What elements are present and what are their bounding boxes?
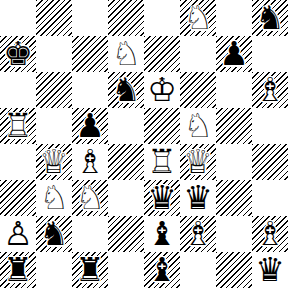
piece-glyph: ♛ — [255, 252, 285, 288]
piece-glyph: ♘ — [183, 108, 213, 144]
square-c4[interactable]: ♝♗ — [72, 144, 108, 180]
square-a7[interactable]: ♚♚ — [0, 36, 36, 72]
black-queen-icon: ♛♛ — [180, 180, 216, 216]
square-b6[interactable] — [36, 72, 72, 108]
piece-glyph: ♘ — [75, 180, 105, 216]
square-f1[interactable] — [180, 252, 216, 288]
black-queen-icon: ♛♛ — [144, 180, 180, 216]
square-g5[interactable] — [216, 108, 252, 144]
square-e8[interactable] — [144, 0, 180, 36]
square-h7[interactable] — [252, 36, 288, 72]
white-knight-icon: ♞♘ — [36, 180, 72, 216]
piece-glyph: ♞ — [111, 72, 141, 108]
square-c3[interactable]: ♞♘ — [72, 180, 108, 216]
square-f5[interactable]: ♞♘ — [180, 108, 216, 144]
piece-glyph: ♘ — [39, 180, 69, 216]
square-d6[interactable]: ♞♞ — [108, 72, 144, 108]
piece-glyph: ♙ — [3, 216, 33, 252]
black-rook-icon: ♜♜ — [0, 252, 36, 288]
white-queen-icon: ♛♕ — [36, 144, 72, 180]
square-e2[interactable]: ♝♝ — [144, 216, 180, 252]
square-f8[interactable]: ♞♘ — [180, 0, 216, 36]
black-bishop-icon: ♝♝ — [144, 216, 180, 252]
piece-glyph: ♜ — [75, 252, 105, 288]
square-g1[interactable] — [216, 252, 252, 288]
piece-glyph: ♝ — [147, 216, 177, 252]
piece-glyph: ♞ — [255, 0, 285, 36]
square-a3[interactable] — [0, 180, 36, 216]
white-knight-icon: ♞♘ — [108, 36, 144, 72]
white-knight-icon: ♞♘ — [72, 180, 108, 216]
white-bishop-icon: ♝♗ — [252, 216, 288, 252]
black-rook-icon: ♜♜ — [72, 252, 108, 288]
piece-glyph: ♛ — [183, 180, 213, 216]
white-rook-icon: ♜♖ — [0, 108, 36, 144]
piece-glyph: ♞ — [39, 216, 69, 252]
square-a8[interactable] — [0, 0, 36, 36]
square-g7[interactable]: ♟♟ — [216, 36, 252, 72]
square-d2[interactable] — [108, 216, 144, 252]
square-d7[interactable]: ♞♘ — [108, 36, 144, 72]
square-c5[interactable]: ♟♟ — [72, 108, 108, 144]
square-a4[interactable] — [0, 144, 36, 180]
chess-board: ♞♘♞♞♚♚♞♘♟♟♞♞♚♔♝♗♜♖♟♟♞♘♛♕♝♗♜♖♛♕♞♘♞♘♛♛♛♛♟♙… — [0, 0, 288, 288]
black-bishop-icon: ♝♝ — [144, 252, 180, 288]
piece-glyph: ♗ — [75, 144, 105, 180]
piece-glyph: ♛ — [147, 180, 177, 216]
black-queen-icon: ♛♛ — [252, 252, 288, 288]
square-b5[interactable] — [36, 108, 72, 144]
piece-glyph: ♟ — [75, 108, 105, 144]
square-e3[interactable]: ♛♛ — [144, 180, 180, 216]
piece-glyph: ♗ — [255, 216, 285, 252]
black-knight-icon: ♞♞ — [36, 216, 72, 252]
square-a2[interactable]: ♟♙ — [0, 216, 36, 252]
square-d5[interactable] — [108, 108, 144, 144]
piece-glyph: ♕ — [183, 144, 213, 180]
piece-glyph: ♖ — [147, 144, 177, 180]
square-b3[interactable]: ♞♘ — [36, 180, 72, 216]
square-h2[interactable]: ♝♗ — [252, 216, 288, 252]
square-d1[interactable] — [108, 252, 144, 288]
white-bishop-icon: ♝♗ — [180, 216, 216, 252]
square-d3[interactable] — [108, 180, 144, 216]
square-h3[interactable] — [252, 180, 288, 216]
piece-glyph: ♖ — [3, 108, 33, 144]
square-h6[interactable]: ♝♗ — [252, 72, 288, 108]
black-pawn-icon: ♟♟ — [216, 36, 252, 72]
piece-glyph: ♔ — [147, 72, 177, 108]
square-c1[interactable]: ♜♜ — [72, 252, 108, 288]
piece-glyph: ♜ — [3, 252, 33, 288]
white-knight-icon: ♞♘ — [180, 0, 216, 36]
square-f3[interactable]: ♛♛ — [180, 180, 216, 216]
square-e4[interactable]: ♜♖ — [144, 144, 180, 180]
square-g4[interactable] — [216, 144, 252, 180]
white-bishop-icon: ♝♗ — [252, 72, 288, 108]
square-h1[interactable]: ♛♛ — [252, 252, 288, 288]
piece-glyph: ♗ — [183, 216, 213, 252]
square-b2[interactable]: ♞♞ — [36, 216, 72, 252]
square-f7[interactable] — [180, 36, 216, 72]
piece-glyph: ♘ — [183, 0, 213, 36]
square-d4[interactable] — [108, 144, 144, 180]
square-a1[interactable]: ♜♜ — [0, 252, 36, 288]
piece-glyph: ♟ — [219, 36, 249, 72]
square-a6[interactable] — [0, 72, 36, 108]
white-queen-icon: ♛♕ — [180, 144, 216, 180]
piece-glyph: ♗ — [255, 72, 285, 108]
square-h8[interactable]: ♞♞ — [252, 0, 288, 36]
square-b7[interactable] — [36, 36, 72, 72]
square-e5[interactable] — [144, 108, 180, 144]
piece-glyph: ♕ — [39, 144, 69, 180]
white-rook-icon: ♜♖ — [144, 144, 180, 180]
white-knight-icon: ♞♘ — [180, 108, 216, 144]
white-pawn-icon: ♟♙ — [0, 216, 36, 252]
square-c6[interactable] — [72, 72, 108, 108]
square-g6[interactable] — [216, 72, 252, 108]
square-f6[interactable] — [180, 72, 216, 108]
square-h5[interactable] — [252, 108, 288, 144]
square-c2[interactable] — [72, 216, 108, 252]
square-h4[interactable] — [252, 144, 288, 180]
piece-glyph: ♚ — [3, 36, 33, 72]
black-king-icon: ♚♚ — [0, 36, 36, 72]
square-b4[interactable]: ♛♕ — [36, 144, 72, 180]
square-b1[interactable] — [36, 252, 72, 288]
white-king-icon: ♚♔ — [144, 72, 180, 108]
square-b8[interactable] — [36, 0, 72, 36]
square-f4[interactable]: ♛♕ — [180, 144, 216, 180]
square-e7[interactable] — [144, 36, 180, 72]
white-bishop-icon: ♝♗ — [72, 144, 108, 180]
black-knight-icon: ♞♞ — [252, 0, 288, 36]
piece-glyph: ♘ — [111, 36, 141, 72]
square-c8[interactable] — [72, 0, 108, 36]
square-c7[interactable] — [72, 36, 108, 72]
square-e1[interactable]: ♝♝ — [144, 252, 180, 288]
piece-glyph: ♝ — [147, 252, 177, 288]
square-g3[interactable] — [216, 180, 252, 216]
square-f2[interactable]: ♝♗ — [180, 216, 216, 252]
black-pawn-icon: ♟♟ — [72, 108, 108, 144]
square-g8[interactable] — [216, 0, 252, 36]
square-d8[interactable] — [108, 0, 144, 36]
square-a5[interactable]: ♜♖ — [0, 108, 36, 144]
square-e6[interactable]: ♚♔ — [144, 72, 180, 108]
square-g2[interactable] — [216, 216, 252, 252]
black-knight-icon: ♞♞ — [108, 72, 144, 108]
